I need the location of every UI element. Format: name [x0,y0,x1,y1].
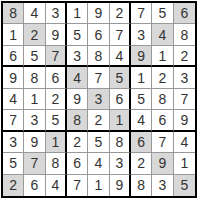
sudoku-cell-r7c6[interactable]: 8 [110,132,131,153]
sudoku-cell-r3c9[interactable]: 2 [174,46,195,67]
sudoku-cell-r4c8[interactable]: 2 [152,67,173,88]
sudoku-cell-r8c7[interactable]: 2 [131,153,152,174]
sudoku-cell-r9c6[interactable]: 9 [110,175,131,196]
sudoku-cell-r5c6[interactable]: 6 [110,89,131,110]
sudoku-cell-r5c2[interactable]: 1 [24,89,45,110]
sudoku-cell-r2c4[interactable]: 5 [67,24,88,45]
sudoku-cell-r3c7[interactable]: 9 [131,46,152,67]
sudoku-cell-r6c4[interactable]: 8 [67,110,88,131]
sudoku-cell-r4c2[interactable]: 8 [24,67,45,88]
sudoku-cell-r9c7[interactable]: 8 [131,175,152,196]
sudoku-cell-r2c6[interactable]: 7 [110,24,131,45]
sudoku-cell-r7c2[interactable]: 9 [24,132,45,153]
sudoku-cell-r6c1[interactable]: 7 [3,110,24,131]
sudoku-cell-r6c6[interactable]: 1 [110,110,131,131]
sudoku-cell-r8c6[interactable]: 3 [110,153,131,174]
sudoku-cell-r8c8[interactable]: 9 [152,153,173,174]
sudoku-cell-r3c4[interactable]: 3 [67,46,88,67]
sudoku-cell-r3c6[interactable]: 4 [110,46,131,67]
sudoku-cell-r6c9[interactable]: 9 [174,110,195,131]
sudoku-cell-r5c8[interactable]: 8 [152,89,173,110]
sudoku-cell-r9c2[interactable]: 6 [24,175,45,196]
sudoku-cell-r1c7[interactable]: 7 [131,3,152,24]
sudoku-cell-r2c7[interactable]: 3 [131,24,152,45]
sudoku-cell-r3c1[interactable]: 6 [3,46,24,67]
sudoku-cell-r9c8[interactable]: 3 [152,175,173,196]
sudoku-cell-r1c4[interactable]: 1 [67,3,88,24]
sudoku-cell-r1c9[interactable]: 6 [174,3,195,24]
sudoku-cell-r2c5[interactable]: 6 [88,24,109,45]
sudoku-cell-r6c7[interactable]: 4 [131,110,152,131]
sudoku-cell-r6c3[interactable]: 5 [46,110,67,131]
sudoku-cell-r5c3[interactable]: 2 [46,89,67,110]
sudoku-cell-r7c8[interactable]: 7 [152,132,173,153]
sudoku-cell-r8c3[interactable]: 8 [46,153,67,174]
sudoku-cell-r4c5[interactable]: 7 [88,67,109,88]
sudoku-cell-r3c2[interactable]: 5 [24,46,45,67]
sudoku-cell-r5c1[interactable]: 4 [3,89,24,110]
sudoku-cell-r6c5[interactable]: 2 [88,110,109,131]
sudoku-cell-r4c9[interactable]: 3 [174,67,195,88]
sudoku-cell-r2c8[interactable]: 4 [152,24,173,45]
sudoku-cell-r1c3[interactable]: 3 [46,3,67,24]
sudoku-cell-r7c5[interactable]: 5 [88,132,109,153]
sudoku-cell-r4c1[interactable]: 9 [3,67,24,88]
sudoku-cell-r9c9[interactable]: 5 [174,175,195,196]
sudoku-cell-r1c1[interactable]: 8 [3,3,24,24]
sudoku-cell-r8c4[interactable]: 6 [67,153,88,174]
sudoku-cell-r4c6[interactable]: 5 [110,67,131,88]
sudoku-cell-r9c4[interactable]: 7 [67,175,88,196]
sudoku-cell-r8c2[interactable]: 7 [24,153,45,174]
sudoku-cell-r5c5[interactable]: 3 [88,89,109,110]
sudoku-cell-r7c1[interactable]: 3 [3,132,24,153]
sudoku-cell-r6c2[interactable]: 3 [24,110,45,131]
sudoku-cell-r3c8[interactable]: 1 [152,46,173,67]
sudoku-cell-r5c4[interactable]: 9 [67,89,88,110]
sudoku-cell-r1c2[interactable]: 4 [24,3,45,24]
sudoku-cell-r1c6[interactable]: 2 [110,3,131,24]
sudoku-cell-r7c7[interactable]: 6 [131,132,152,153]
sudoku-cell-r7c9[interactable]: 4 [174,132,195,153]
sudoku-cell-r1c5[interactable]: 9 [88,3,109,24]
sudoku-cell-r3c5[interactable]: 8 [88,46,109,67]
sudoku-cell-r3c3[interactable]: 7 [46,46,67,67]
sudoku-cell-r9c3[interactable]: 4 [46,175,67,196]
sudoku-cell-r9c5[interactable]: 1 [88,175,109,196]
sudoku-cell-r7c4[interactable]: 2 [67,132,88,153]
sudoku-cell-r8c9[interactable]: 1 [174,153,195,174]
sudoku-cell-r1c8[interactable]: 5 [152,3,173,24]
sudoku-cell-r4c7[interactable]: 1 [131,67,152,88]
sudoku-cell-r2c3[interactable]: 9 [46,24,67,45]
sudoku-cell-r5c9[interactable]: 7 [174,89,195,110]
sudoku-cell-r2c9[interactable]: 8 [174,24,195,45]
sudoku-cell-r2c1[interactable]: 1 [3,24,24,45]
sudoku-cell-r7c3[interactable]: 1 [46,132,67,153]
sudoku-cell-r4c4[interactable]: 4 [67,67,88,88]
sudoku-board: 8431927561295673486573849129864751234129… [1,1,197,198]
sudoku-cell-r6c8[interactable]: 6 [152,110,173,131]
sudoku-cell-r2c2[interactable]: 2 [24,24,45,45]
sudoku-cell-r9c1[interactable]: 2 [3,175,24,196]
sudoku-cell-r4c3[interactable]: 6 [46,67,67,88]
sudoku-cell-r5c7[interactable]: 5 [131,89,152,110]
sudoku-cell-r8c1[interactable]: 5 [3,153,24,174]
sudoku-cell-r8c5[interactable]: 4 [88,153,109,174]
